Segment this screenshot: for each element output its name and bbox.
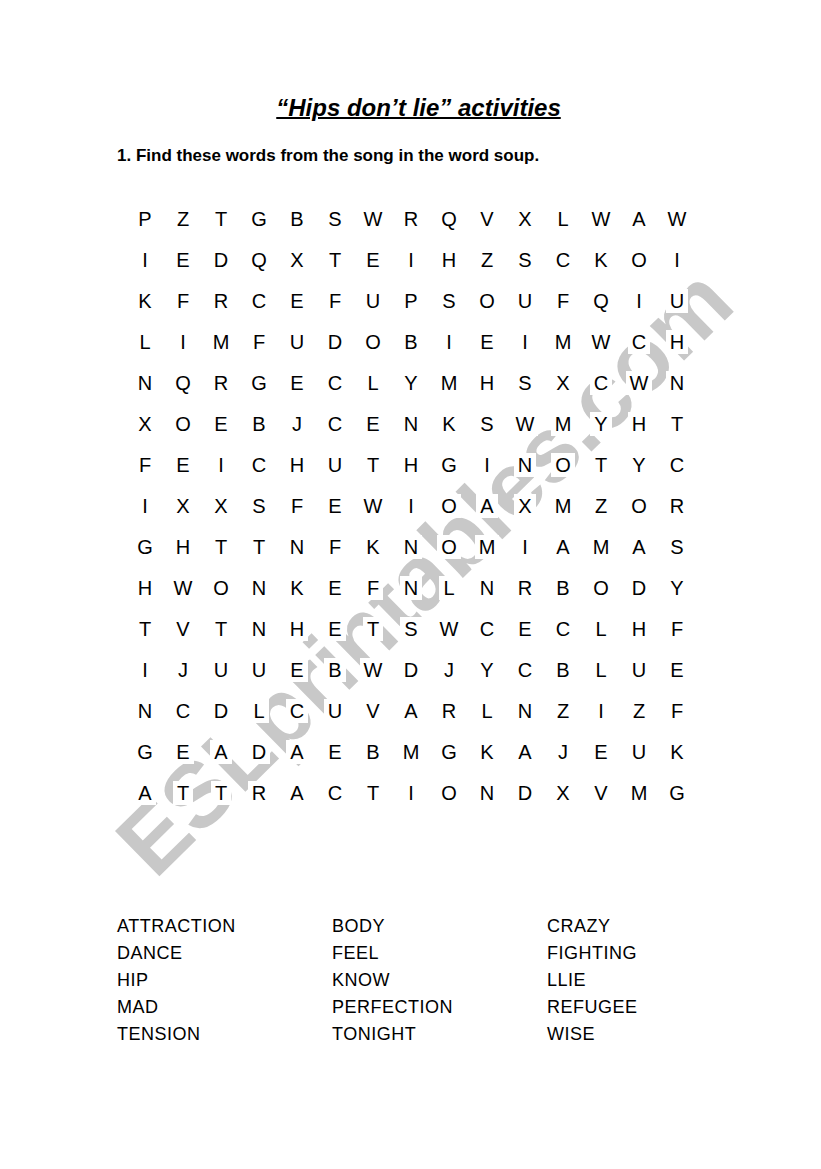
grid-cell: X <box>164 485 202 526</box>
grid-cell: E <box>164 731 202 772</box>
grid-cell: D <box>392 649 430 690</box>
grid-cell: H <box>278 608 316 649</box>
grid-letter: M <box>551 494 576 518</box>
grid-cell: H <box>278 444 316 485</box>
grid-letter: I <box>442 330 456 354</box>
grid-cell: N <box>392 526 430 567</box>
grid-letter: N <box>514 699 536 723</box>
grid-letter: T <box>363 453 383 477</box>
grid-letter: Y <box>666 576 687 600</box>
grid-cell: P <box>126 198 164 239</box>
grid-letter: E <box>286 289 307 313</box>
grid-cell: N <box>506 444 544 485</box>
grid-cell: B <box>392 321 430 362</box>
grid-cell: U <box>278 321 316 362</box>
grid-cell: M <box>620 772 658 813</box>
grid-letter: I <box>138 494 152 518</box>
word-list-item: PERFECTION <box>332 994 547 1021</box>
grid-letter: A <box>476 494 497 518</box>
grid-letter: C <box>248 289 270 313</box>
word-list-item: MAD <box>117 994 332 1021</box>
grid-letter: N <box>134 699 156 723</box>
grid-letter: H <box>628 412 650 436</box>
grid-letter: C <box>552 617 574 641</box>
grid-cell: N <box>392 403 430 444</box>
grid-cell: D <box>202 690 240 731</box>
grid-letter: M <box>437 371 462 395</box>
grid-letter: S <box>324 207 345 231</box>
grid-cell: Z <box>164 198 202 239</box>
grid-letter: C <box>172 699 194 723</box>
grid-letter: T <box>363 617 383 641</box>
grid-letter: J <box>554 740 572 764</box>
grid-cell: Z <box>582 485 620 526</box>
grid-letter: G <box>247 207 271 231</box>
grid-letter: J <box>288 412 306 436</box>
grid-cell: S <box>240 485 278 526</box>
grid-cell: E <box>316 608 354 649</box>
grid-cell: W <box>620 362 658 403</box>
grid-letter: Q <box>589 289 613 313</box>
grid-cell: L <box>582 649 620 690</box>
grid-letter: G <box>133 535 157 559</box>
grid-letter: G <box>437 740 461 764</box>
grid-cell: I <box>620 280 658 321</box>
grid-letter: C <box>324 412 346 436</box>
grid-cell: B <box>316 649 354 690</box>
grid-cell: E <box>278 362 316 403</box>
grid-cell: O <box>620 485 658 526</box>
grid-letter: R <box>248 781 270 805</box>
grid-letter: W <box>588 330 615 354</box>
grid-letter: E <box>172 248 193 272</box>
grid-letter: A <box>628 207 649 231</box>
grid-cell: I <box>430 321 468 362</box>
grid-cell: C <box>468 608 506 649</box>
grid-cell: I <box>468 444 506 485</box>
grid-letter: M <box>551 330 576 354</box>
grid-cell: N <box>240 567 278 608</box>
grid-letter: O <box>209 576 233 600</box>
word-list-item: FIGHTING <box>547 940 762 967</box>
grid-cell: F <box>544 280 582 321</box>
grid-cell: A <box>126 772 164 813</box>
grid-letter: D <box>248 740 270 764</box>
grid-cell: O <box>430 485 468 526</box>
grid-cell: U <box>316 444 354 485</box>
grid-cell: O <box>582 567 620 608</box>
grid-letter: C <box>628 330 650 354</box>
grid-letter: E <box>286 658 307 682</box>
grid-cell: Z <box>468 239 506 280</box>
grid-letter: C <box>248 453 270 477</box>
grid-letter: K <box>438 412 459 436</box>
grid-letter: A <box>210 740 231 764</box>
grid-letter: L <box>135 330 154 354</box>
grid-cell: N <box>126 690 164 731</box>
grid-cell: S <box>506 239 544 280</box>
grid-cell: F <box>126 444 164 485</box>
grid-letter: H <box>286 453 308 477</box>
grid-cell: H <box>126 567 164 608</box>
grid-cell: B <box>354 731 392 772</box>
grid-letter: B <box>248 412 269 436</box>
grid-letter: X <box>172 494 193 518</box>
grid-cell: L <box>354 362 392 403</box>
grid-cell: R <box>202 280 240 321</box>
grid-letter: H <box>666 330 688 354</box>
grid-cell: C <box>316 403 354 444</box>
grid-letter: F <box>325 289 345 313</box>
grid-letter: E <box>362 412 383 436</box>
grid-cell: N <box>468 567 506 608</box>
grid-letter: T <box>211 207 231 231</box>
grid-cell: H <box>620 403 658 444</box>
grid-cell: J <box>544 731 582 772</box>
grid-cell: I <box>202 444 240 485</box>
grid-cell: Y <box>582 403 620 444</box>
grid-cell: I <box>164 321 202 362</box>
grid-letter: R <box>210 289 232 313</box>
grid-letter: N <box>286 535 308 559</box>
grid-letter: Z <box>629 699 649 723</box>
grid-cell: J <box>278 403 316 444</box>
grid-letter: L <box>591 658 610 682</box>
grid-cell: T <box>164 772 202 813</box>
grid-cell: H <box>468 362 506 403</box>
grid-cell: U <box>506 280 544 321</box>
grid-cell: R <box>240 772 278 813</box>
word-list-item: REFUGEE <box>547 994 762 1021</box>
grid-letter: D <box>210 699 232 723</box>
grid-letter: O <box>437 781 461 805</box>
grid-cell: O <box>544 444 582 485</box>
grid-letter: Q <box>247 248 271 272</box>
grid-cell: E <box>582 731 620 772</box>
grid-letter: H <box>476 371 498 395</box>
grid-letter: X <box>552 371 573 395</box>
grid-cell: K <box>658 731 696 772</box>
grid-letter: U <box>362 289 384 313</box>
grid-letter: C <box>514 658 536 682</box>
grid-letter: U <box>248 658 270 682</box>
grid-cell: N <box>126 362 164 403</box>
grid-letter: E <box>362 248 383 272</box>
grid-letter: O <box>171 412 195 436</box>
grid-letter: J <box>174 658 192 682</box>
grid-cell: V <box>468 198 506 239</box>
grid-cell: T <box>202 608 240 649</box>
grid-letter: O <box>627 248 651 272</box>
grid-letter: T <box>325 248 345 272</box>
grid-letter: E <box>172 740 193 764</box>
grid-cell: V <box>582 772 620 813</box>
grid-cell: I <box>582 690 620 731</box>
grid-cell: A <box>506 731 544 772</box>
grid-cell: I <box>658 239 696 280</box>
grid-letter: E <box>666 658 687 682</box>
grid-cell: G <box>430 731 468 772</box>
grid-cell: G <box>658 772 696 813</box>
grid-cell: W <box>354 485 392 526</box>
grid-letter: E <box>514 617 535 641</box>
grid-cell: L <box>430 567 468 608</box>
grid-letter: Y <box>476 658 497 682</box>
grid-letter: U <box>628 658 650 682</box>
grid-letter: I <box>632 289 646 313</box>
grid-letter: X <box>286 248 307 272</box>
grid-letter: O <box>627 494 651 518</box>
grid-letter: L <box>591 617 610 641</box>
grid-cell: E <box>278 649 316 690</box>
grid-letter: F <box>287 494 307 518</box>
grid-cell: A <box>544 526 582 567</box>
grid-letter: U <box>628 740 650 764</box>
grid-letter: I <box>404 494 418 518</box>
grid-cell: W <box>354 198 392 239</box>
grid-cell: L <box>582 608 620 649</box>
page-title: “Hips don’t lie” activities <box>0 94 821 122</box>
grid-cell: G <box>126 526 164 567</box>
grid-letter: R <box>666 494 688 518</box>
word-list-item: WISE <box>547 1021 762 1048</box>
grid-cell: X <box>506 485 544 526</box>
grid-cell: K <box>126 280 164 321</box>
grid-cell: T <box>240 526 278 567</box>
word-list-item: FEEL <box>332 940 547 967</box>
grid-cell: I <box>506 526 544 567</box>
grid-letter: I <box>480 453 494 477</box>
grid-letter: D <box>324 330 346 354</box>
grid-cell: E <box>354 403 392 444</box>
grid-cell: M <box>544 403 582 444</box>
grid-cell: U <box>658 280 696 321</box>
grid-letter: K <box>476 740 497 764</box>
word-list-item: KNOW <box>332 967 547 994</box>
grid-letter: T <box>135 617 155 641</box>
grid-cell: X <box>544 772 582 813</box>
grid-cell: T <box>202 772 240 813</box>
grid-letter: A <box>286 740 307 764</box>
grid-cell: T <box>582 444 620 485</box>
grid-cell: S <box>430 280 468 321</box>
grid-cell: L <box>544 198 582 239</box>
grid-letter: F <box>135 453 155 477</box>
grid-letter: Y <box>628 453 649 477</box>
grid-letter: O <box>361 330 385 354</box>
grid-cell: X <box>126 403 164 444</box>
grid-letter: A <box>400 699 421 723</box>
grid-letter: F <box>325 535 345 559</box>
grid-letter: H <box>134 576 156 600</box>
word-list-column-2: BODYFEELKNOWPERFECTIONTONIGHT <box>332 913 547 1048</box>
grid-letter: R <box>210 371 232 395</box>
grid-letter: U <box>324 453 346 477</box>
grid-letter: V <box>476 207 497 231</box>
grid-letter: T <box>249 535 269 559</box>
grid-cell: Y <box>468 649 506 690</box>
worksheet-page: ESLprintables.com “Hips don’t lie” activ… <box>0 0 821 1169</box>
grid-letter: E <box>324 494 345 518</box>
grid-letter: M <box>627 781 652 805</box>
grid-cell: P <box>392 280 430 321</box>
grid-cell: W <box>354 649 392 690</box>
grid-letter: P <box>134 207 155 231</box>
grid-cell: C <box>316 772 354 813</box>
grid-cell: U <box>316 690 354 731</box>
grid-letter: R <box>438 699 460 723</box>
grid-cell: Y <box>658 567 696 608</box>
grid-letter: W <box>626 371 653 395</box>
grid-cell: T <box>354 772 392 813</box>
grid-letter: W <box>588 207 615 231</box>
grid-cell: Z <box>544 690 582 731</box>
word-list-column-3: CRAZYFIGHTINGLLIEREFUGEEWISE <box>547 913 762 1048</box>
grid-letter: D <box>628 576 650 600</box>
grid-cell: M <box>582 526 620 567</box>
grid-letter: D <box>514 781 536 805</box>
grid-letter: A <box>134 781 155 805</box>
grid-cell: J <box>164 649 202 690</box>
grid-letter: M <box>475 535 500 559</box>
grid-cell: X <box>544 362 582 403</box>
grid-cell: Y <box>620 444 658 485</box>
grid-cell: H <box>430 239 468 280</box>
grid-letter: X <box>514 207 535 231</box>
grid-cell: T <box>316 239 354 280</box>
grid-cell: B <box>544 649 582 690</box>
grid-letter: O <box>437 494 461 518</box>
grid-letter: F <box>363 576 383 600</box>
grid-letter: Q <box>437 207 461 231</box>
word-list-item: ATTRACTION <box>117 913 332 940</box>
grid-cell: E <box>316 567 354 608</box>
grid-cell: C <box>582 362 620 403</box>
grid-cell: Q <box>582 280 620 321</box>
grid-cell: D <box>316 321 354 362</box>
word-list: ATTRACTIONDANCEHIPMADTENSIONBODYFEELKNOW… <box>117 913 762 1048</box>
grid-cell: R <box>430 690 468 731</box>
grid-letter: H <box>286 617 308 641</box>
grid-cell: B <box>240 403 278 444</box>
grid-letter: S <box>438 289 459 313</box>
grid-cell: O <box>164 403 202 444</box>
grid-cell: M <box>202 321 240 362</box>
grid-cell: E <box>316 485 354 526</box>
grid-cell: C <box>658 444 696 485</box>
grid-cell: X <box>278 239 316 280</box>
grid-cell: T <box>126 608 164 649</box>
grid-cell: K <box>468 731 506 772</box>
grid-letter: F <box>553 289 573 313</box>
grid-letter: I <box>518 330 532 354</box>
word-list-item: BODY <box>332 913 547 940</box>
grid-letter: Y <box>400 371 421 395</box>
grid-cell: A <box>202 731 240 772</box>
grid-cell: M <box>544 485 582 526</box>
grid-letter: D <box>400 658 422 682</box>
grid-cell: B <box>544 567 582 608</box>
grid-cell: X <box>506 198 544 239</box>
grid-cell: E <box>316 731 354 772</box>
grid-letter: K <box>666 740 687 764</box>
word-list-column-1: ATTRACTIONDANCEHIPMADTENSION <box>117 913 332 1048</box>
grid-cell: S <box>316 198 354 239</box>
grid-cell: K <box>430 403 468 444</box>
grid-letter: R <box>514 576 536 600</box>
grid-letter: L <box>363 371 382 395</box>
grid-cell: A <box>278 731 316 772</box>
grid-cell: M <box>544 321 582 362</box>
grid-cell: W <box>658 198 696 239</box>
grid-letter: G <box>665 781 689 805</box>
grid-cell: E <box>278 280 316 321</box>
grid-letter: Q <box>171 371 195 395</box>
word-list-item: TENSION <box>117 1021 332 1048</box>
grid-letter: M <box>551 412 576 436</box>
grid-cell: E <box>202 403 240 444</box>
grid-cell: S <box>658 526 696 567</box>
grid-letter: I <box>138 658 152 682</box>
grid-cell: B <box>278 198 316 239</box>
grid-letter: N <box>514 453 536 477</box>
grid-letter: X <box>210 494 231 518</box>
grid-letter: S <box>476 412 497 436</box>
grid-cell: Y <box>392 362 430 403</box>
grid-letter: N <box>400 535 422 559</box>
grid-cell: N <box>506 690 544 731</box>
grid-cell: W <box>164 567 202 608</box>
grid-cell: C <box>164 690 202 731</box>
grid-cell: I <box>392 485 430 526</box>
grid-cell: C <box>316 362 354 403</box>
grid-letter: I <box>176 330 190 354</box>
grid-cell: D <box>240 731 278 772</box>
grid-cell: D <box>620 567 658 608</box>
grid-letter: E <box>324 576 345 600</box>
grid-cell: N <box>658 362 696 403</box>
grid-cell: F <box>658 608 696 649</box>
grid-cell: U <box>620 731 658 772</box>
grid-letter: N <box>476 781 498 805</box>
grid-letter: O <box>551 453 575 477</box>
grid-letter: C <box>286 699 308 723</box>
grid-cell: D <box>202 239 240 280</box>
grid-cell: C <box>544 608 582 649</box>
grid-letter: X <box>514 494 535 518</box>
grid-letter: O <box>589 576 613 600</box>
grid-cell: O <box>202 567 240 608</box>
grid-cell: I <box>126 485 164 526</box>
grid-cell: I <box>126 649 164 690</box>
grid-letter: T <box>591 453 611 477</box>
grid-letter: T <box>363 781 383 805</box>
grid-cell: E <box>164 239 202 280</box>
grid-cell: U <box>240 649 278 690</box>
grid-letter: C <box>666 453 688 477</box>
grid-cell: G <box>430 444 468 485</box>
grid-cell: C <box>240 444 278 485</box>
grid-letter: T <box>173 781 193 805</box>
grid-letter: I <box>670 248 684 272</box>
grid-letter: S <box>400 617 421 641</box>
grid-letter: E <box>590 740 611 764</box>
grid-letter: A <box>286 781 307 805</box>
grid-letter: B <box>552 576 573 600</box>
grid-cell: L <box>240 690 278 731</box>
grid-letter: W <box>360 658 387 682</box>
grid-letter: C <box>324 371 346 395</box>
